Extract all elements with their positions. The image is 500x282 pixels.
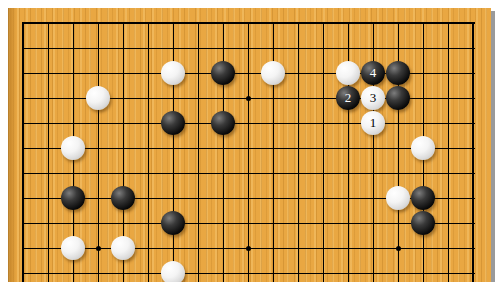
board-left-bevel [8, 8, 17, 282]
stone-number: 2 [345, 86, 352, 110]
stone-white [161, 261, 185, 282]
stone-white [261, 61, 285, 85]
star-point [246, 246, 251, 251]
stone-black-move-4: 4 [361, 61, 385, 85]
grid-line-horizontal [22, 48, 475, 49]
page-root: { "game": "go", "description": "Go diagr… [0, 0, 500, 282]
stone-black-move-2: 2 [336, 86, 360, 110]
stone-black [386, 61, 410, 85]
grid-line-vertical [148, 22, 149, 282]
grid-line-vertical [323, 22, 324, 282]
stone-white [386, 186, 410, 210]
grid-line-horizontal [22, 273, 475, 274]
grid-line-vertical [22, 22, 24, 282]
stone-white [61, 236, 85, 260]
stone-number: 1 [370, 111, 377, 135]
board-right-shadow [491, 11, 495, 282]
stone-number: 3 [370, 86, 377, 110]
stone-black [111, 186, 135, 210]
grid-line-horizontal [22, 123, 475, 124]
grid-line-vertical [448, 22, 449, 282]
grid-line-vertical [198, 22, 199, 282]
stone-white [161, 61, 185, 85]
stone-white-move-3: 3 [361, 86, 385, 110]
stone-white-move-1: 1 [361, 111, 385, 135]
stone-white [61, 136, 85, 160]
grid-line-vertical [298, 22, 299, 282]
stone-white [336, 61, 360, 85]
stone-black [61, 186, 85, 210]
stone-black [211, 111, 235, 135]
stone-white [111, 236, 135, 260]
grid-line-horizontal [22, 148, 475, 149]
stone-white [411, 136, 435, 160]
grid-line-horizontal [22, 22, 475, 24]
grid-line-vertical [472, 22, 474, 282]
star-point [396, 246, 401, 251]
stone-black [161, 111, 185, 135]
stone-black [161, 211, 185, 235]
stone-black [386, 86, 410, 110]
stone-black [411, 186, 435, 210]
grid-line-horizontal [22, 173, 475, 174]
star-point [246, 96, 251, 101]
grid-line-vertical [248, 22, 249, 282]
stone-number: 4 [370, 61, 377, 85]
star-point [96, 246, 101, 251]
stone-white [86, 86, 110, 110]
grid-line-vertical [98, 22, 99, 282]
go-board[interactable]: 4231 [8, 8, 491, 282]
stone-black [211, 61, 235, 85]
grid-line-horizontal [22, 223, 475, 224]
grid-line-vertical [48, 22, 49, 282]
stone-black [411, 211, 435, 235]
